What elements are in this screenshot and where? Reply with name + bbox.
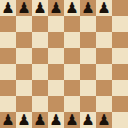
black-pawn[interactable]: ♟ xyxy=(33,112,46,128)
square-h4[interactable] xyxy=(112,64,128,80)
square-h8[interactable] xyxy=(112,0,128,16)
square-f4[interactable] xyxy=(80,64,96,80)
square-g1[interactable]: ♟ xyxy=(96,112,112,128)
square-c3[interactable] xyxy=(32,80,48,96)
square-b1[interactable]: ♟ xyxy=(16,112,32,128)
square-c1[interactable]: ♟ xyxy=(32,112,48,128)
chess-board: ♟♟♟♟♟♟♟♟♟♟♟♟♟♟ xyxy=(0,0,128,128)
black-pawn[interactable]: ♟ xyxy=(1,0,14,16)
square-a5[interactable] xyxy=(0,48,16,64)
square-h1[interactable] xyxy=(112,112,128,128)
square-c8[interactable]: ♟ xyxy=(32,0,48,16)
black-pawn[interactable]: ♟ xyxy=(97,0,110,16)
black-pawn[interactable]: ♟ xyxy=(49,0,62,16)
square-a8[interactable]: ♟ xyxy=(0,0,16,16)
square-c4[interactable] xyxy=(32,64,48,80)
square-d8[interactable]: ♟ xyxy=(48,0,64,16)
square-g3[interactable] xyxy=(96,80,112,96)
square-c6[interactable] xyxy=(32,32,48,48)
square-a6[interactable] xyxy=(0,32,16,48)
black-pawn[interactable]: ♟ xyxy=(49,112,62,128)
square-c7[interactable] xyxy=(32,16,48,32)
square-h3[interactable] xyxy=(112,80,128,96)
square-d3[interactable] xyxy=(48,80,64,96)
square-d1[interactable]: ♟ xyxy=(48,112,64,128)
black-pawn[interactable]: ♟ xyxy=(17,0,30,16)
black-pawn[interactable]: ♟ xyxy=(97,112,110,128)
square-b4[interactable] xyxy=(16,64,32,80)
square-h5[interactable] xyxy=(112,48,128,64)
square-b6[interactable] xyxy=(16,32,32,48)
black-pawn[interactable]: ♟ xyxy=(65,0,78,16)
square-g7[interactable] xyxy=(96,16,112,32)
black-pawn[interactable]: ♟ xyxy=(17,112,30,128)
square-h2[interactable] xyxy=(112,96,128,112)
square-a4[interactable] xyxy=(0,64,16,80)
square-f8[interactable]: ♟ xyxy=(80,0,96,16)
square-g6[interactable] xyxy=(96,32,112,48)
square-f6[interactable] xyxy=(80,32,96,48)
square-e1[interactable]: ♟ xyxy=(64,112,80,128)
black-pawn[interactable]: ♟ xyxy=(65,112,78,128)
square-e4[interactable] xyxy=(64,64,80,80)
square-d7[interactable] xyxy=(48,16,64,32)
square-g5[interactable] xyxy=(96,48,112,64)
square-f1[interactable]: ♟ xyxy=(80,112,96,128)
square-e5[interactable] xyxy=(64,48,80,64)
square-c5[interactable] xyxy=(32,48,48,64)
square-f5[interactable] xyxy=(80,48,96,64)
square-e7[interactable] xyxy=(64,16,80,32)
square-h7[interactable] xyxy=(112,16,128,32)
black-pawn[interactable]: ♟ xyxy=(81,112,94,128)
square-b5[interactable] xyxy=(16,48,32,64)
square-b8[interactable]: ♟ xyxy=(16,0,32,16)
square-f3[interactable] xyxy=(80,80,96,96)
square-d4[interactable] xyxy=(48,64,64,80)
square-e3[interactable] xyxy=(64,80,80,96)
square-b7[interactable] xyxy=(16,16,32,32)
square-h6[interactable] xyxy=(112,32,128,48)
square-a3[interactable] xyxy=(0,80,16,96)
square-g4[interactable] xyxy=(96,64,112,80)
square-d5[interactable] xyxy=(48,48,64,64)
square-a7[interactable] xyxy=(0,16,16,32)
black-pawn[interactable]: ♟ xyxy=(33,0,46,16)
square-f7[interactable] xyxy=(80,16,96,32)
square-a1[interactable]: ♟ xyxy=(0,112,16,128)
square-e8[interactable]: ♟ xyxy=(64,0,80,16)
square-e6[interactable] xyxy=(64,32,80,48)
square-g8[interactable]: ♟ xyxy=(96,0,112,16)
black-pawn[interactable]: ♟ xyxy=(1,112,14,128)
black-pawn[interactable]: ♟ xyxy=(81,0,94,16)
square-b3[interactable] xyxy=(16,80,32,96)
square-d6[interactable] xyxy=(48,32,64,48)
